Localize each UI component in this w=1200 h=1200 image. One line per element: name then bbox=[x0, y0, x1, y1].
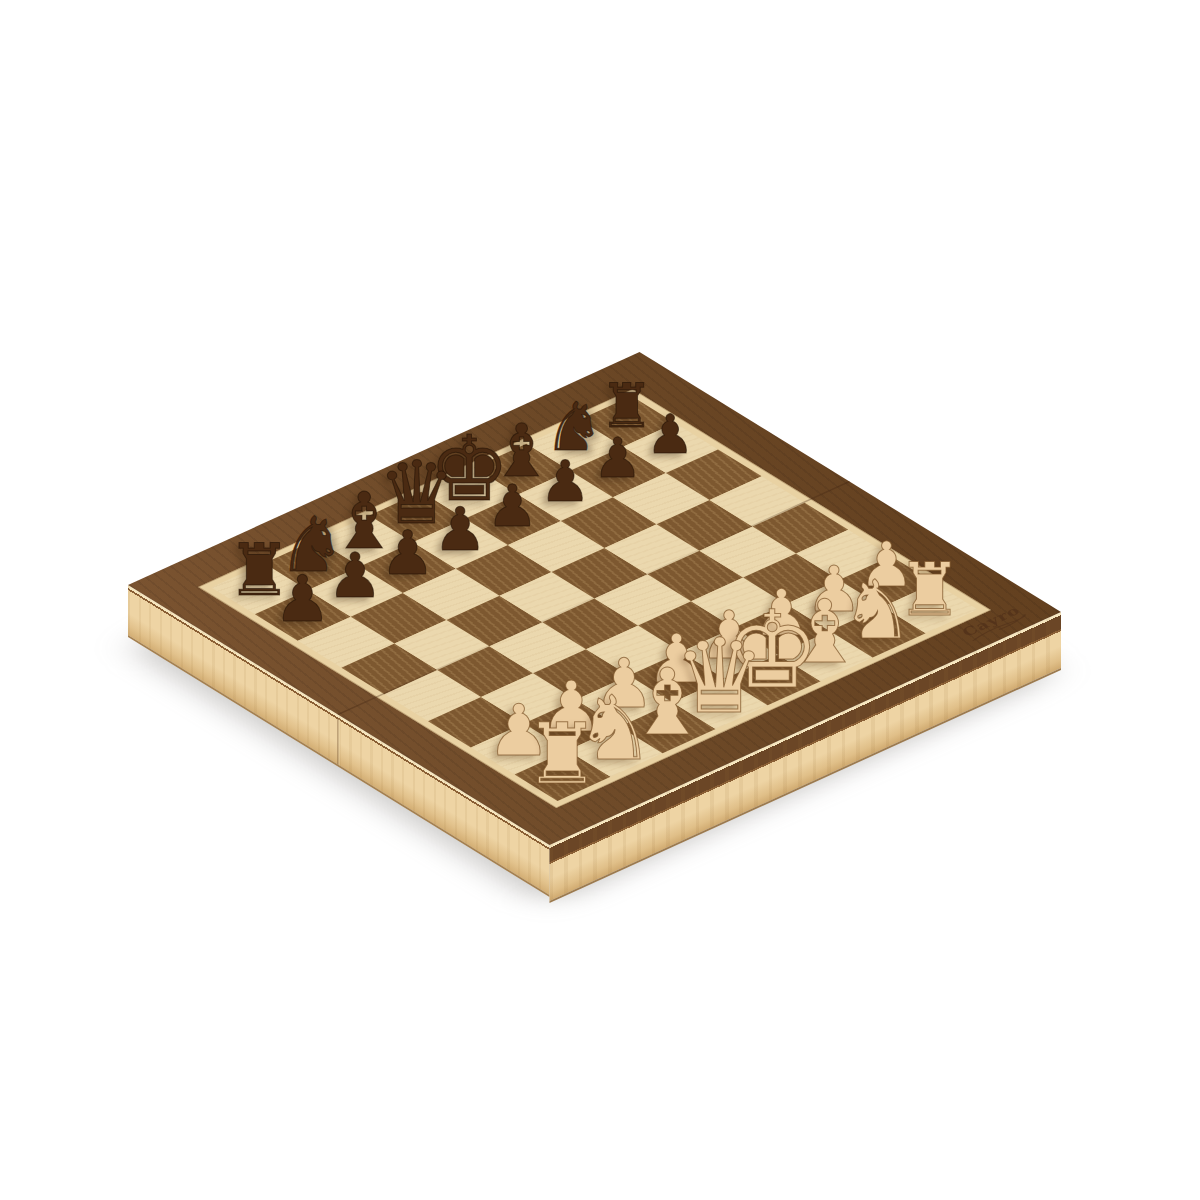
chess-set-product-photo: Cayro ♜♞♝♛♚♝♞♜♟♟♟♟♟♟♟♟♟♟♟♟♟♟♟♟♜♞♝♛♚♝♞♜ bbox=[0, 0, 1200, 1200]
fold-seam bbox=[337, 718, 339, 765]
chess-board: Cayro bbox=[128, 352, 1061, 845]
